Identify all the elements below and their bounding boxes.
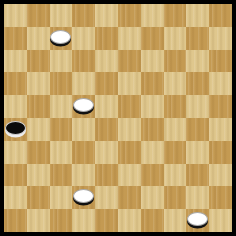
square-48[interactable] bbox=[95, 209, 118, 232]
light-square-r3c7[interactable] bbox=[164, 72, 187, 95]
light-square-r1c7[interactable] bbox=[164, 27, 187, 50]
square-18[interactable] bbox=[95, 72, 118, 95]
square-10[interactable] bbox=[186, 27, 209, 50]
light-square-r2c8[interactable] bbox=[186, 50, 209, 73]
square-32[interactable] bbox=[72, 141, 95, 164]
square-42[interactable] bbox=[72, 186, 95, 209]
square-3[interactable] bbox=[118, 4, 141, 27]
light-square-r2c0[interactable] bbox=[4, 50, 27, 73]
square-30[interactable] bbox=[186, 118, 209, 141]
square-36[interactable] bbox=[4, 164, 27, 187]
square-7[interactable] bbox=[50, 27, 73, 50]
square-16[interactable] bbox=[4, 72, 27, 95]
square-43[interactable] bbox=[118, 186, 141, 209]
light-square-r9c3[interactable] bbox=[72, 209, 95, 232]
square-13[interactable] bbox=[118, 50, 141, 73]
light-square-r5c3[interactable] bbox=[72, 118, 95, 141]
light-square-r1c3[interactable] bbox=[72, 27, 95, 50]
square-38[interactable] bbox=[95, 164, 118, 187]
square-41[interactable] bbox=[27, 186, 50, 209]
square-22[interactable] bbox=[72, 95, 95, 118]
light-square-r2c2[interactable] bbox=[50, 50, 73, 73]
light-square-r4c6[interactable] bbox=[141, 95, 164, 118]
square-11[interactable] bbox=[27, 50, 50, 73]
square-34[interactable] bbox=[164, 141, 187, 164]
square-37[interactable] bbox=[50, 164, 73, 187]
light-square-r5c5[interactable] bbox=[118, 118, 141, 141]
white-man[interactable] bbox=[187, 212, 208, 226]
light-square-r6c8[interactable] bbox=[186, 141, 209, 164]
square-12[interactable] bbox=[72, 50, 95, 73]
black-man[interactable] bbox=[5, 121, 26, 135]
light-square-r0c0[interactable] bbox=[4, 4, 27, 27]
light-square-r5c1[interactable] bbox=[27, 118, 50, 141]
light-square-r7c1[interactable] bbox=[27, 164, 50, 187]
light-square-r8c0[interactable] bbox=[4, 186, 27, 209]
light-square-r2c6[interactable] bbox=[141, 50, 164, 73]
white-man[interactable] bbox=[50, 30, 71, 44]
light-square-r4c0[interactable] bbox=[4, 95, 27, 118]
light-square-r7c3[interactable] bbox=[72, 164, 95, 187]
square-31[interactable] bbox=[27, 141, 50, 164]
square-9[interactable] bbox=[141, 27, 164, 50]
light-square-r3c1[interactable] bbox=[27, 72, 50, 95]
square-27[interactable] bbox=[50, 118, 73, 141]
square-8[interactable] bbox=[95, 27, 118, 50]
square-20[interactable] bbox=[186, 72, 209, 95]
light-square-r9c9[interactable] bbox=[209, 209, 232, 232]
draughts-board bbox=[0, 0, 236, 236]
light-square-r0c6[interactable] bbox=[141, 4, 164, 27]
light-square-r8c6[interactable] bbox=[141, 186, 164, 209]
square-21[interactable] bbox=[27, 95, 50, 118]
square-6[interactable] bbox=[4, 27, 27, 50]
square-1[interactable] bbox=[27, 4, 50, 27]
white-man[interactable] bbox=[73, 189, 94, 203]
light-square-r8c4[interactable] bbox=[95, 186, 118, 209]
light-square-r4c2[interactable] bbox=[50, 95, 73, 118]
light-square-r8c8[interactable] bbox=[186, 186, 209, 209]
light-square-r5c7[interactable] bbox=[164, 118, 187, 141]
square-19[interactable] bbox=[141, 72, 164, 95]
light-square-r6c6[interactable] bbox=[141, 141, 164, 164]
light-square-r8c2[interactable] bbox=[50, 186, 73, 209]
square-23[interactable] bbox=[118, 95, 141, 118]
light-square-r3c3[interactable] bbox=[72, 72, 95, 95]
light-square-r2c4[interactable] bbox=[95, 50, 118, 73]
light-square-r0c4[interactable] bbox=[95, 4, 118, 27]
light-square-r1c5[interactable] bbox=[118, 27, 141, 50]
square-5[interactable] bbox=[209, 4, 232, 27]
white-man[interactable] bbox=[73, 98, 94, 112]
light-square-r6c4[interactable] bbox=[95, 141, 118, 164]
square-44[interactable] bbox=[164, 186, 187, 209]
light-square-r0c8[interactable] bbox=[186, 4, 209, 27]
square-29[interactable] bbox=[141, 118, 164, 141]
light-square-r7c9[interactable] bbox=[209, 164, 232, 187]
light-square-r4c4[interactable] bbox=[95, 95, 118, 118]
square-50[interactable] bbox=[186, 209, 209, 232]
square-28[interactable] bbox=[95, 118, 118, 141]
light-square-r9c7[interactable] bbox=[164, 209, 187, 232]
light-square-r9c5[interactable] bbox=[118, 209, 141, 232]
square-45[interactable] bbox=[209, 186, 232, 209]
square-26[interactable] bbox=[4, 118, 27, 141]
light-square-r1c1[interactable] bbox=[27, 27, 50, 50]
square-39[interactable] bbox=[141, 164, 164, 187]
square-35[interactable] bbox=[209, 141, 232, 164]
light-square-r3c5[interactable] bbox=[118, 72, 141, 95]
square-15[interactable] bbox=[209, 50, 232, 73]
square-25[interactable] bbox=[209, 95, 232, 118]
square-40[interactable] bbox=[186, 164, 209, 187]
square-4[interactable] bbox=[164, 4, 187, 27]
light-square-r9c1[interactable] bbox=[27, 209, 50, 232]
light-square-r5c9[interactable] bbox=[209, 118, 232, 141]
light-square-r0c2[interactable] bbox=[50, 4, 73, 27]
square-14[interactable] bbox=[164, 50, 187, 73]
light-square-r6c0[interactable] bbox=[4, 141, 27, 164]
light-square-r4c8[interactable] bbox=[186, 95, 209, 118]
light-square-r1c9[interactable] bbox=[209, 27, 232, 50]
light-square-r3c9[interactable] bbox=[209, 72, 232, 95]
square-17[interactable] bbox=[50, 72, 73, 95]
square-24[interactable] bbox=[164, 95, 187, 118]
light-square-r7c7[interactable] bbox=[164, 164, 187, 187]
light-square-r7c5[interactable] bbox=[118, 164, 141, 187]
square-33[interactable] bbox=[118, 141, 141, 164]
square-46[interactable] bbox=[4, 209, 27, 232]
square-49[interactable] bbox=[141, 209, 164, 232]
light-square-r6c2[interactable] bbox=[50, 141, 73, 164]
square-47[interactable] bbox=[50, 209, 73, 232]
square-2[interactable] bbox=[72, 4, 95, 27]
